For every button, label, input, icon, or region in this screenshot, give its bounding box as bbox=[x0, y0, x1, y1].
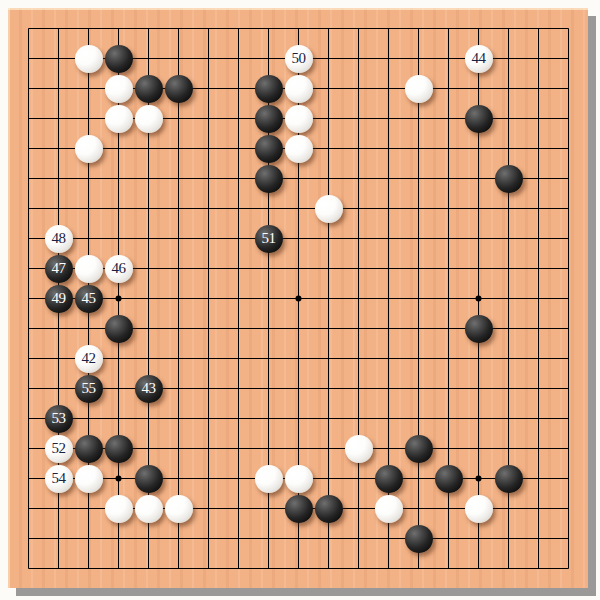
move-number-label: 49 bbox=[52, 291, 66, 306]
black-stone bbox=[375, 465, 403, 493]
black-stone: 43 bbox=[135, 375, 163, 403]
white-stone bbox=[285, 465, 313, 493]
move-number-label: 54 bbox=[52, 471, 66, 486]
go-board: 5044485147464945425543535254 bbox=[8, 8, 588, 588]
move-number-label: 43 bbox=[142, 381, 156, 396]
black-stone bbox=[255, 75, 283, 103]
black-stone bbox=[405, 525, 433, 553]
stones-layer: 5044485147464945425543535254 bbox=[8, 8, 588, 588]
black-stone bbox=[255, 165, 283, 193]
white-stone bbox=[105, 495, 133, 523]
white-stone bbox=[285, 135, 313, 163]
move-number-label: 44 bbox=[472, 51, 486, 66]
black-stone bbox=[495, 465, 523, 493]
white-stone bbox=[135, 105, 163, 133]
move-number-label: 42 bbox=[82, 351, 96, 366]
black-stone bbox=[135, 465, 163, 493]
move-number-label: 50 bbox=[292, 51, 306, 66]
black-stone bbox=[435, 465, 463, 493]
white-stone: 44 bbox=[465, 45, 493, 73]
black-stone bbox=[315, 495, 343, 523]
black-stone: 55 bbox=[75, 375, 103, 403]
black-stone bbox=[255, 135, 283, 163]
black-stone bbox=[105, 45, 133, 73]
white-stone bbox=[285, 105, 313, 133]
move-number-label: 46 bbox=[112, 261, 126, 276]
white-stone: 42 bbox=[75, 345, 103, 373]
white-stone: 54 bbox=[45, 465, 73, 493]
white-stone bbox=[75, 45, 103, 73]
black-stone bbox=[105, 435, 133, 463]
black-stone: 49 bbox=[45, 285, 73, 313]
white-stone bbox=[75, 135, 103, 163]
black-stone: 47 bbox=[45, 255, 73, 283]
white-stone bbox=[135, 495, 163, 523]
white-stone bbox=[75, 255, 103, 283]
white-stone bbox=[375, 495, 403, 523]
black-stone bbox=[255, 105, 283, 133]
black-stone bbox=[405, 435, 433, 463]
move-number-label: 55 bbox=[82, 381, 96, 396]
black-stone: 45 bbox=[75, 285, 103, 313]
move-number-label: 48 bbox=[52, 231, 66, 246]
white-stone: 46 bbox=[105, 255, 133, 283]
move-number-label: 51 bbox=[262, 231, 276, 246]
black-stone bbox=[495, 165, 523, 193]
black-stone bbox=[465, 315, 493, 343]
white-stone: 52 bbox=[45, 435, 73, 463]
move-number-label: 52 bbox=[52, 441, 66, 456]
black-stone bbox=[465, 105, 493, 133]
white-stone bbox=[75, 465, 103, 493]
white-stone bbox=[465, 495, 493, 523]
white-stone bbox=[405, 75, 433, 103]
white-stone bbox=[105, 105, 133, 133]
black-stone bbox=[285, 495, 313, 523]
white-stone bbox=[315, 195, 343, 223]
black-stone: 51 bbox=[255, 225, 283, 253]
black-stone bbox=[165, 75, 193, 103]
white-stone bbox=[255, 465, 283, 493]
move-number-label: 47 bbox=[52, 261, 66, 276]
white-stone: 48 bbox=[45, 225, 73, 253]
white-stone: 50 bbox=[285, 45, 313, 73]
black-stone bbox=[105, 315, 133, 343]
white-stone bbox=[105, 75, 133, 103]
black-stone: 53 bbox=[45, 405, 73, 433]
white-stone bbox=[165, 495, 193, 523]
move-number-label: 53 bbox=[52, 411, 66, 426]
white-stone bbox=[285, 75, 313, 103]
white-stone bbox=[345, 435, 373, 463]
black-stone bbox=[75, 435, 103, 463]
black-stone bbox=[135, 75, 163, 103]
move-number-label: 45 bbox=[82, 291, 96, 306]
